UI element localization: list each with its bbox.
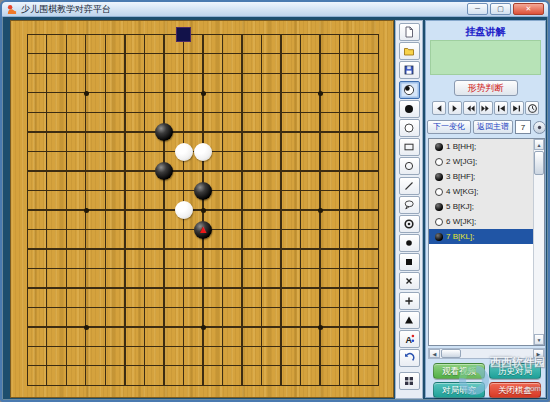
balloon-mark-icon xyxy=(403,199,415,211)
square-marker xyxy=(176,27,191,42)
toolbar-number-mark-button[interactable] xyxy=(399,215,420,233)
board-intersections[interactable]: ▲ xyxy=(18,25,389,396)
save-file-icon xyxy=(403,64,415,76)
position-judge-button[interactable]: 形势判断 xyxy=(454,80,518,96)
white-stone xyxy=(175,143,193,161)
move-text: 6 W[JK]; xyxy=(446,217,476,226)
vertical-scroll-thumb[interactable] xyxy=(534,151,544,175)
toolbar-undo-button[interactable] xyxy=(399,349,420,367)
action-button-2[interactable]: 历史对局 xyxy=(489,363,541,379)
rectangle-mark-icon xyxy=(403,141,415,153)
black-stone: ▲ xyxy=(194,221,212,239)
circle-mark-icon xyxy=(403,160,415,172)
goto-icon xyxy=(535,123,544,132)
scroll-left-button[interactable]: ◀ xyxy=(429,349,440,358)
toolbar-dot-mark-button[interactable] xyxy=(399,234,420,252)
move-text: 3 B[HF]; xyxy=(446,172,475,181)
plus-mark-icon xyxy=(403,295,415,307)
triangle-mark-icon xyxy=(403,314,415,326)
client-area: ▲ A 挂盘讲解 形势判断 下一变化 返回主谱 1 B[HH];2 W[JG];… xyxy=(2,18,548,401)
cross-mark-icon xyxy=(403,275,415,287)
nav-step-back-button[interactable] xyxy=(432,101,446,115)
app-window: 少儿围棋教学对弈平台 ─ ▢ ✕ ▲ A 挂盘讲解 形势判断 下一变化 返回主谱 xyxy=(0,0,550,402)
minimize-button[interactable]: ─ xyxy=(467,3,488,15)
fast-forward-icon xyxy=(480,103,491,114)
analysis-panel: 挂盘讲解 形势判断 下一变化 返回主谱 1 B[HH];2 W[JG];3 B[… xyxy=(425,20,546,398)
black-stone-icon xyxy=(435,233,443,241)
undo-icon xyxy=(403,352,415,364)
step-back-icon xyxy=(434,103,445,114)
toolbar-circle-mark-button[interactable] xyxy=(399,157,420,175)
go-board: ▲ xyxy=(10,20,394,398)
toolbar-letter-mark-button[interactable]: A xyxy=(399,330,420,348)
toolbar-square-mark-button[interactable] xyxy=(399,253,420,271)
to-start-icon xyxy=(496,103,507,114)
action-buttons: 观看视频历史对局对局研究关闭棋盘 xyxy=(433,363,541,398)
move-text: 4 W[KG]; xyxy=(446,187,478,196)
toolbar-rectangle-mark-button[interactable] xyxy=(399,138,420,156)
white-stone-icon xyxy=(435,188,443,196)
action-button-4[interactable]: 关闭棋盘 xyxy=(489,382,541,398)
toolbar-balloon-mark-button[interactable] xyxy=(399,196,420,214)
next-variation-button[interactable]: 下一变化 xyxy=(427,120,471,134)
move-list-item-5[interactable]: 5 B[KJ]; xyxy=(429,199,533,214)
toolbar-open-file-button[interactable] xyxy=(399,42,420,60)
nav-fast-back-button[interactable] xyxy=(463,101,477,115)
move-text: 1 B[HH]; xyxy=(446,142,476,151)
scroll-up-button[interactable]: ▲ xyxy=(534,139,544,150)
window-controls: ─ ▢ ✕ xyxy=(467,3,544,15)
move-list-item-4[interactable]: 4 W[KG]; xyxy=(429,184,533,199)
number-mark-icon xyxy=(403,218,415,230)
move-list-horizontal-scrollbar[interactable]: ◀ ▶ xyxy=(428,348,545,359)
scroll-down-button[interactable]: ▼ xyxy=(534,334,544,345)
move-list-item-7[interactable]: 7 B[KL]; xyxy=(429,229,533,244)
variation-row: 下一变化 返回主谱 xyxy=(427,120,544,134)
fast-back-icon xyxy=(465,103,476,114)
black-stone xyxy=(155,123,173,141)
white-stone-icon xyxy=(403,122,415,134)
alternate-play-icon xyxy=(403,84,415,96)
toolbar-black-stone-button[interactable] xyxy=(399,100,420,118)
toolbar-plus-mark-button[interactable] xyxy=(399,292,420,310)
timer-icon xyxy=(527,103,538,114)
move-rows: 1 B[HH];2 W[JG];3 B[HF];4 W[KG];5 B[KJ];… xyxy=(429,139,533,244)
horizontal-scroll-thumb[interactable] xyxy=(441,349,461,358)
toolbar-new-file-button[interactable] xyxy=(399,23,420,41)
move-list-item-6[interactable]: 6 W[JK]; xyxy=(429,214,533,229)
new-file-icon xyxy=(403,26,415,38)
white-stone-icon xyxy=(435,218,443,226)
square-mark-icon xyxy=(403,256,415,268)
move-list-item-1[interactable]: 1 B[HH]; xyxy=(429,139,533,154)
nav-to-start-button[interactable] xyxy=(494,101,508,115)
board-grid-icon xyxy=(403,375,415,387)
move-list[interactable]: 1 B[HH];2 W[JG];3 B[HF];4 W[KG];5 B[KJ];… xyxy=(428,138,545,346)
move-text: 2 W[JG]; xyxy=(446,157,477,166)
navigation-buttons xyxy=(426,101,545,115)
maximize-button[interactable]: ▢ xyxy=(490,3,511,15)
edit-toolbar: A xyxy=(395,20,423,399)
goto-move-button[interactable] xyxy=(533,121,546,134)
white-stone-icon xyxy=(435,158,443,166)
close-button[interactable]: ✕ xyxy=(513,3,544,15)
svg-text:A: A xyxy=(405,335,412,345)
move-number-input[interactable] xyxy=(515,120,531,134)
move-text: 5 B[KJ]; xyxy=(446,202,474,211)
scroll-right-button[interactable]: ▶ xyxy=(533,349,544,358)
move-list-vertical-scrollbar[interactable]: ▲ ▼ xyxy=(533,139,544,345)
white-stone xyxy=(194,143,212,161)
return-mainline-button[interactable]: 返回主谱 xyxy=(473,120,513,134)
to-end-icon xyxy=(511,103,522,114)
commentary-box[interactable] xyxy=(430,40,541,75)
dot-mark-icon xyxy=(403,237,415,249)
app-icon xyxy=(6,4,17,15)
black-stone-icon xyxy=(403,103,415,115)
toolbar-cross-mark-button[interactable] xyxy=(399,272,420,290)
white-stone xyxy=(175,201,193,219)
action-button-1[interactable]: 观看视频 xyxy=(433,363,485,379)
nav-fast-forward-button[interactable] xyxy=(479,101,493,115)
move-list-item-2[interactable]: 2 W[JG]; xyxy=(429,154,533,169)
nav-timer-button[interactable] xyxy=(525,101,539,115)
nav-step-forward-button[interactable] xyxy=(448,101,462,115)
open-file-icon xyxy=(403,45,415,57)
toolbar-line-mark-button[interactable] xyxy=(399,177,420,195)
line-mark-icon xyxy=(403,180,415,192)
black-stone-icon xyxy=(435,203,443,211)
black-stone-icon xyxy=(435,143,443,151)
letter-mark-icon: A xyxy=(403,333,415,345)
move-text: 7 B[KL]; xyxy=(446,232,474,241)
panel-title: 挂盘讲解 xyxy=(426,25,545,39)
title-bar: 少儿围棋教学对弈平台 ─ ▢ ✕ xyxy=(2,2,548,17)
black-stone xyxy=(194,182,212,200)
last-move-triangle-marker: ▲ xyxy=(194,221,212,239)
move-list-item-3[interactable]: 3 B[HF]; xyxy=(429,169,533,184)
toolbar-triangle-mark-button[interactable] xyxy=(399,311,420,329)
nav-to-end-button[interactable] xyxy=(510,101,524,115)
black-stone-icon xyxy=(435,173,443,181)
toolbar-white-stone-button[interactable] xyxy=(399,119,420,137)
toolbar-save-file-button[interactable] xyxy=(399,61,420,79)
action-button-3[interactable]: 对局研究 xyxy=(433,382,485,398)
toolbar-board-grid-button[interactable] xyxy=(399,372,420,390)
window-title: 少儿围棋教学对弈平台 xyxy=(21,4,111,14)
step-forward-icon xyxy=(449,103,460,114)
toolbar-alternate-play-button[interactable] xyxy=(399,81,420,99)
black-stone xyxy=(155,162,173,180)
